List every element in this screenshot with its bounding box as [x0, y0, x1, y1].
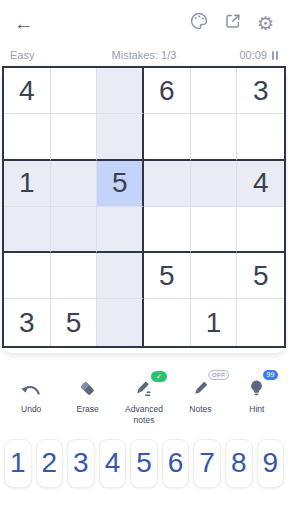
- grid-cell-r4c2[interactable]: [51, 207, 98, 253]
- grid-cell-r6c3[interactable]: [97, 299, 144, 345]
- grid-cell-r3c5[interactable]: [191, 161, 238, 207]
- grid-cell-r2c3[interactable]: [97, 114, 144, 160]
- grid-cell-r2c1[interactable]: [4, 114, 51, 160]
- toolbar: Undo Erase ✓ Advanced note: [3, 379, 285, 426]
- pause-icon[interactable]: [272, 51, 278, 60]
- grid-cell-r6c5[interactable]: 1: [191, 299, 238, 345]
- difficulty-label: Easy: [10, 49, 84, 61]
- notes-off-badge: OFF: [208, 370, 229, 380]
- grid-cell-r2c6[interactable]: [237, 114, 284, 160]
- advanced-notes-label: Advanced notes: [118, 404, 170, 426]
- grid-cell-r4c5[interactable]: [191, 207, 238, 253]
- sudoku-board: 46315455351: [2, 66, 286, 348]
- advanced-notes-pencil-icon: ✓: [134, 379, 154, 398]
- grid-cell-r2c2[interactable]: [51, 114, 98, 160]
- grid-cell-r6c4[interactable]: [144, 299, 191, 345]
- notes-pencil-icon: OFF: [191, 379, 210, 398]
- grid-cell-r1c3[interactable]: [97, 68, 144, 114]
- hint-button[interactable]: 99 Hint: [229, 379, 285, 426]
- back-icon[interactable]: ←: [14, 14, 33, 33]
- erase-label: Erase: [77, 404, 99, 415]
- theme-palette-icon[interactable]: [189, 11, 209, 35]
- grid-cell-r5c4[interactable]: 5: [144, 253, 191, 299]
- erase-button[interactable]: Erase: [59, 379, 115, 426]
- grid-cell-r3c4[interactable]: [144, 161, 191, 207]
- top-bar: ← ⚙: [0, 0, 288, 40]
- numpad-key-4[interactable]: 4: [99, 439, 127, 488]
- timer-value: 00:09: [239, 49, 267, 61]
- grid-cell-r2c4[interactable]: [144, 114, 191, 160]
- grid-cell-r5c1[interactable]: [4, 253, 51, 299]
- grid-cell-r4c3[interactable]: [97, 207, 144, 253]
- numpad-key-8[interactable]: 8: [225, 439, 253, 488]
- grid-cell-r4c4[interactable]: [144, 207, 191, 253]
- numpad-key-7[interactable]: 7: [193, 439, 221, 488]
- hint-label: Hint: [249, 404, 264, 415]
- numpad-key-2[interactable]: 2: [36, 439, 64, 488]
- settings-gear-icon[interactable]: ⚙: [257, 14, 274, 33]
- grid-cell-r3c2[interactable]: [51, 161, 98, 207]
- topbar-actions: ⚙: [189, 11, 274, 35]
- grid-cell-r1c5[interactable]: [191, 68, 238, 114]
- number-pad: 123456789: [4, 439, 284, 488]
- grid-cell-r3c3[interactable]: 5: [97, 161, 144, 207]
- grid-cell-r4c1[interactable]: [4, 207, 51, 253]
- mistakes-counter: Mistakes: 1/3: [84, 49, 203, 61]
- grid-cell-r2c5[interactable]: [191, 114, 238, 160]
- grid-cell-r6c6[interactable]: [237, 299, 284, 345]
- grid-cell-r1c4[interactable]: 6: [144, 68, 191, 114]
- hint-count-badge: 99: [263, 370, 279, 380]
- grid-cell-r5c3[interactable]: [97, 253, 144, 299]
- grid-cell-r6c2[interactable]: 5: [51, 299, 98, 345]
- grid-cell-r1c2[interactable]: [51, 68, 98, 114]
- grid-cell-r1c6[interactable]: 3: [237, 68, 284, 114]
- status-bar: Easy Mistakes: 1/3 00:09: [0, 40, 288, 66]
- advanced-notes-on-badge: ✓: [151, 371, 167, 382]
- hint-bulb-icon: 99: [248, 379, 265, 398]
- numpad-key-6[interactable]: 6: [162, 439, 190, 488]
- share-icon[interactable]: [224, 12, 242, 34]
- undo-button[interactable]: Undo: [3, 379, 59, 426]
- grid-cell-r3c6[interactable]: 4: [237, 161, 284, 207]
- notes-label: Notes: [189, 404, 211, 415]
- numpad-key-3[interactable]: 3: [67, 439, 95, 488]
- undo-icon: [20, 379, 43, 398]
- grid-cell-r4c6[interactable]: [237, 207, 284, 253]
- advanced-notes-button[interactable]: ✓ Advanced notes: [116, 379, 172, 426]
- grid-cell-r6c1[interactable]: 3: [4, 299, 51, 345]
- erase-icon: [78, 379, 97, 398]
- grid-cell-r3c1[interactable]: 1: [4, 161, 51, 207]
- grid-cell-r1c1[interactable]: 4: [4, 68, 51, 114]
- timer-area: 00:09: [204, 49, 278, 61]
- numpad-key-9[interactable]: 9: [257, 439, 285, 488]
- grid-cell-r5c6[interactable]: 5: [237, 253, 284, 299]
- grid-cell-r5c5[interactable]: [191, 253, 238, 299]
- notes-button[interactable]: OFF Notes: [172, 379, 228, 426]
- board-card: 46315455351: [2, 66, 286, 353]
- undo-label: Undo: [21, 404, 41, 415]
- grid-cell-r5c2[interactable]: [51, 253, 98, 299]
- numpad-key-5[interactable]: 5: [130, 439, 158, 488]
- numpad-key-1[interactable]: 1: [4, 439, 32, 488]
